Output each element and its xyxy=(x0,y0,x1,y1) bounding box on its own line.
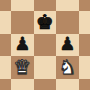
white-queen-piece[interactable]: ♛ xyxy=(13,56,31,79)
square-r4c3-light[interactable] xyxy=(56,79,79,91)
square-r1c3-dark[interactable] xyxy=(56,11,79,34)
square-r3c2-light[interactable] xyxy=(34,56,57,79)
chess-board-viewport: ♚♟♟♛♞ xyxy=(0,0,90,90)
black-pawn-left-piece[interactable]: ♟ xyxy=(14,33,30,56)
square-r4c4-dark[interactable] xyxy=(79,79,91,91)
chess-board: ♚♟♟♛♞ xyxy=(0,0,90,90)
square-r3c1-dark[interactable]: ♛ xyxy=(11,56,34,79)
white-knight-piece[interactable]: ♞ xyxy=(58,56,76,79)
square-r3c4-light[interactable] xyxy=(79,56,91,79)
square-r2c2-dark[interactable] xyxy=(34,34,57,57)
square-r2c3-light[interactable]: ♟ xyxy=(56,34,79,57)
square-r0c4-dark[interactable] xyxy=(79,0,91,11)
square-r0c1-light[interactable] xyxy=(11,0,34,11)
square-r1c2-light[interactable]: ♚ xyxy=(34,11,57,34)
square-r2c1-light[interactable]: ♟ xyxy=(11,34,34,57)
square-r4c2-dark[interactable] xyxy=(34,79,57,91)
square-r1c4-light[interactable] xyxy=(79,11,91,34)
square-r2c0-dark[interactable] xyxy=(0,34,11,57)
square-r1c0-light[interactable] xyxy=(0,11,11,34)
square-r4c1-light[interactable] xyxy=(11,79,34,91)
square-r0c3-light[interactable] xyxy=(56,0,79,11)
square-r1c1-dark[interactable] xyxy=(11,11,34,34)
square-r3c0-light[interactable] xyxy=(0,56,11,79)
black-king-piece[interactable]: ♚ xyxy=(36,11,54,34)
square-r4c0-dark[interactable] xyxy=(0,79,11,91)
square-r2c4-dark[interactable] xyxy=(79,34,91,57)
black-pawn-right-piece[interactable]: ♟ xyxy=(59,33,75,56)
square-r3c3-dark[interactable]: ♞ xyxy=(56,56,79,79)
square-r0c0-dark[interactable] xyxy=(0,0,11,11)
